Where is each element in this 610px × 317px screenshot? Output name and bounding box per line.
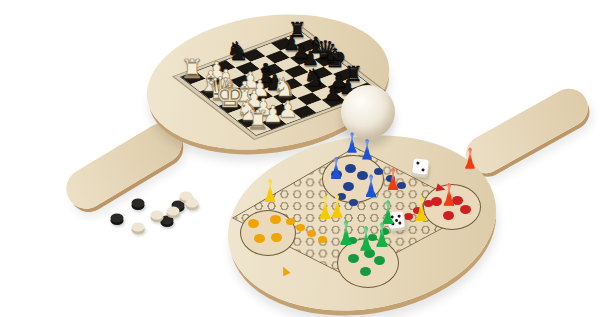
ludo-path-dot: [286, 218, 295, 225]
ludo-path-dot: [307, 230, 316, 237]
product-photo-scene: ♜♝♛♚♜♟♟♟♟♟♞♟♞♝♟♞♟♟♟♟♟♝♟♟♟♜♝♛♚♞♜: [0, 0, 610, 317]
felt-ball: [341, 85, 395, 139]
red-yard-dot: [452, 196, 463, 205]
ludo-path-dot: [318, 236, 327, 243]
blue-yard-dot: [357, 171, 368, 180]
ludo-path-dot: [397, 182, 406, 189]
ludo-path-dot: [424, 200, 433, 207]
yellow-yard-dot: [271, 233, 282, 242]
blue-yard: [322, 155, 384, 203]
green-yard-dot: [374, 256, 385, 265]
red-yard-dot: [443, 211, 454, 220]
disc-black-1: [132, 199, 145, 208]
ludo-path-dot: [349, 199, 358, 206]
red-yard: [423, 184, 481, 230]
disc-white-1: [132, 223, 145, 232]
ludo-path-dot: [374, 168, 383, 175]
yellow-yard: [240, 210, 296, 256]
ludo-path-dot: [296, 224, 305, 231]
disc-white-3: [167, 207, 180, 216]
red-yard-dot: [431, 197, 442, 206]
blue-yard-dot: [343, 182, 354, 191]
yellow-yard-dot: [254, 234, 265, 243]
ludo-path-dot: [337, 193, 346, 200]
disc-black-2: [111, 214, 124, 223]
red-yard-dot: [460, 205, 471, 214]
ludo-path-dot: [413, 207, 422, 214]
green-yard-dot: [348, 254, 359, 263]
ludo-path-dot: [386, 175, 395, 182]
blue-yard-dot: [345, 164, 356, 173]
blue-yard-dot: [331, 170, 342, 179]
green-yard: [337, 238, 399, 288]
ludo-path-dot: [380, 228, 389, 235]
yellow-yard-dot: [270, 215, 281, 224]
ludo-path-dot: [368, 234, 377, 241]
disc-white-2: [151, 211, 164, 220]
disc-white-5: [186, 199, 199, 208]
green-yard-dot: [364, 249, 375, 258]
yellow-yard-dot: [248, 219, 259, 228]
ludo-path-dot: [348, 237, 357, 244]
ludo-paddle-handle: [459, 82, 595, 180]
ludo-path-dot: [404, 213, 413, 220]
green-yard-dot: [360, 267, 371, 276]
